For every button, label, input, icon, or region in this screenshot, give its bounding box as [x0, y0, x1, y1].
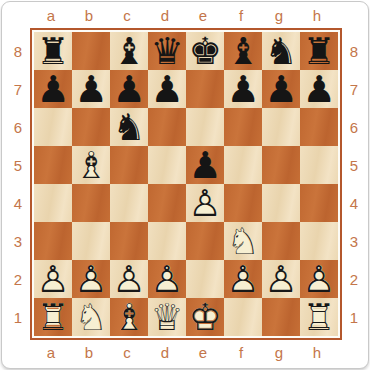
square-e7[interactable] [186, 70, 224, 108]
square-e2[interactable] [186, 260, 224, 298]
square-h1[interactable]: ♜♖ [300, 298, 338, 336]
piece-black-knight[interactable]: ♞ [262, 32, 300, 70]
square-g1[interactable] [262, 298, 300, 336]
piece-white-rook[interactable]: ♜♖ [300, 298, 338, 336]
file-label-f: f [222, 8, 260, 28]
rank-label-6: 6 [6, 108, 30, 146]
rank-label-7: 7 [6, 70, 30, 108]
piece-white-queen[interactable]: ♛♕ [148, 298, 186, 336]
piece-white-pawn[interactable]: ♟♙ [300, 260, 338, 298]
rank-label-1: 1 [342, 298, 366, 336]
file-label-a: a [32, 345, 70, 365]
rank-label-5: 5 [342, 146, 366, 184]
piece-black-king[interactable]: ♚ [186, 32, 224, 70]
piece-black-pawn[interactable]: ♟ [34, 70, 72, 108]
square-a2[interactable]: ♟♙ [34, 260, 72, 298]
square-h5[interactable] [300, 146, 338, 184]
rank-label-5: 5 [6, 146, 30, 184]
rank-label-2: 2 [6, 260, 30, 298]
square-e3[interactable] [186, 222, 224, 260]
rank-label-3: 3 [6, 222, 30, 260]
square-b5[interactable]: ♝♗ [72, 146, 110, 184]
square-g5[interactable] [262, 146, 300, 184]
square-d4[interactable] [148, 184, 186, 222]
square-d2[interactable]: ♟♙ [148, 260, 186, 298]
file-label-e: e [184, 8, 222, 28]
square-d3[interactable] [148, 222, 186, 260]
chess-board: ♜♝♛♚♝♞♜♟♟♟♟♟♟♟♞♝♗♟♟♙♞♘♟♙♟♙♟♙♟♙♟♙♟♙♟♙♜♖♞♘… [34, 32, 338, 336]
file-label-c: c [108, 8, 146, 28]
square-h7[interactable]: ♟ [300, 70, 338, 108]
square-a3[interactable] [34, 222, 72, 260]
square-d6[interactable] [148, 108, 186, 146]
rank-label-7: 7 [342, 70, 366, 108]
square-a4[interactable] [34, 184, 72, 222]
piece-black-pawn[interactable]: ♟ [186, 146, 224, 184]
piece-white-king[interactable]: ♚♔ [186, 298, 224, 336]
piece-black-rook[interactable]: ♜ [300, 32, 338, 70]
square-b8[interactable] [72, 32, 110, 70]
square-f3[interactable]: ♞♘ [224, 222, 262, 260]
square-g6[interactable] [262, 108, 300, 146]
file-label-g: g [260, 345, 298, 365]
chess-diagram: abcdefgh abcdefgh 87654321 87654321 ♜♝♛♚… [0, 0, 370, 370]
square-d7[interactable]: ♟ [148, 70, 186, 108]
square-a1[interactable]: ♜♖ [34, 298, 72, 336]
file-label-h: h [298, 345, 336, 365]
file-label-a: a [32, 8, 70, 28]
piece-white-knight[interactable]: ♞♘ [72, 298, 110, 336]
file-labels-top: abcdefgh [32, 8, 344, 28]
file-labels-bottom: abcdefgh [32, 345, 344, 365]
rank-labels-left: 87654321 [6, 32, 30, 336]
file-label-h: h [298, 8, 336, 28]
rank-labels-right: 87654321 [342, 32, 366, 336]
piece-black-pawn[interactable]: ♟ [262, 70, 300, 108]
square-h6[interactable] [300, 108, 338, 146]
square-f4[interactable] [224, 184, 262, 222]
square-b4[interactable] [72, 184, 110, 222]
square-h3[interactable] [300, 222, 338, 260]
piece-white-pawn[interactable]: ♟♙ [72, 260, 110, 298]
square-f1[interactable] [224, 298, 262, 336]
square-g4[interactable] [262, 184, 300, 222]
square-c1[interactable]: ♝♗ [110, 298, 148, 336]
piece-black-pawn[interactable]: ♟ [224, 70, 262, 108]
rank-label-2: 2 [342, 260, 366, 298]
board-frame: ♜♝♛♚♝♞♜♟♟♟♟♟♟♟♞♝♗♟♟♙♞♘♟♙♟♙♟♙♟♙♟♙♟♙♟♙♜♖♞♘… [30, 28, 342, 340]
piece-white-pawn[interactable]: ♟♙ [148, 260, 186, 298]
square-h2[interactable]: ♟♙ [300, 260, 338, 298]
square-f8[interactable]: ♝ [224, 32, 262, 70]
piece-white-pawn[interactable]: ♟♙ [224, 260, 262, 298]
square-e6[interactable] [186, 108, 224, 146]
rank-label-8: 8 [342, 32, 366, 70]
square-f6[interactable] [224, 108, 262, 146]
square-c5[interactable] [110, 146, 148, 184]
square-g8[interactable]: ♞ [262, 32, 300, 70]
file-label-b: b [70, 8, 108, 28]
square-e1[interactable]: ♚♔ [186, 298, 224, 336]
piece-black-rook[interactable]: ♜ [34, 32, 72, 70]
piece-white-pawn[interactable]: ♟♙ [110, 260, 148, 298]
square-h8[interactable]: ♜ [300, 32, 338, 70]
square-b3[interactable] [72, 222, 110, 260]
file-label-d: d [146, 8, 184, 28]
piece-black-knight[interactable]: ♞ [110, 108, 148, 146]
file-label-g: g [260, 8, 298, 28]
square-c7[interactable]: ♟ [110, 70, 148, 108]
square-c4[interactable] [110, 184, 148, 222]
piece-black-bishop[interactable]: ♝ [110, 32, 148, 70]
square-b7[interactable]: ♟ [72, 70, 110, 108]
rank-label-4: 4 [342, 184, 366, 222]
square-d5[interactable] [148, 146, 186, 184]
piece-white-bishop[interactable]: ♝♗ [72, 146, 110, 184]
board-card: abcdefgh abcdefgh 87654321 87654321 ♜♝♛♚… [1, 1, 369, 369]
square-c8[interactable]: ♝ [110, 32, 148, 70]
piece-white-knight[interactable]: ♞♘ [224, 222, 262, 260]
square-g3[interactable] [262, 222, 300, 260]
square-f7[interactable]: ♟ [224, 70, 262, 108]
file-label-d: d [146, 345, 184, 365]
square-c3[interactable] [110, 222, 148, 260]
square-g2[interactable]: ♟♙ [262, 260, 300, 298]
square-e8[interactable]: ♚ [186, 32, 224, 70]
piece-white-pawn[interactable]: ♟♙ [34, 260, 72, 298]
square-d8[interactable]: ♛ [148, 32, 186, 70]
square-c6[interactable]: ♞ [110, 108, 148, 146]
piece-white-rook[interactable]: ♜♖ [34, 298, 72, 336]
piece-black-bishop[interactable]: ♝ [224, 32, 262, 70]
piece-black-pawn[interactable]: ♟ [148, 70, 186, 108]
file-label-f: f [222, 345, 260, 365]
square-f5[interactable] [224, 146, 262, 184]
square-g7[interactable]: ♟ [262, 70, 300, 108]
square-e5[interactable]: ♟ [186, 146, 224, 184]
piece-black-pawn[interactable]: ♟ [110, 70, 148, 108]
piece-white-bishop[interactable]: ♝♗ [110, 298, 148, 336]
square-f2[interactable]: ♟♙ [224, 260, 262, 298]
square-c2[interactable]: ♟♙ [110, 260, 148, 298]
piece-black-pawn[interactable]: ♟ [72, 70, 110, 108]
piece-black-pawn[interactable]: ♟ [300, 70, 338, 108]
rank-label-8: 8 [6, 32, 30, 70]
file-label-b: b [70, 345, 108, 365]
square-e4[interactable]: ♟♙ [186, 184, 224, 222]
square-d1[interactable]: ♛♕ [148, 298, 186, 336]
square-b1[interactable]: ♞♘ [72, 298, 110, 336]
rank-label-3: 3 [342, 222, 366, 260]
square-a7[interactable]: ♟ [34, 70, 72, 108]
square-h4[interactable] [300, 184, 338, 222]
file-label-e: e [184, 345, 222, 365]
piece-black-queen[interactable]: ♛ [148, 32, 186, 70]
piece-white-pawn[interactable]: ♟♙ [186, 184, 224, 222]
square-a5[interactable] [34, 146, 72, 184]
piece-white-pawn[interactable]: ♟♙ [262, 260, 300, 298]
file-label-c: c [108, 345, 146, 365]
square-b2[interactable]: ♟♙ [72, 260, 110, 298]
square-a6[interactable] [34, 108, 72, 146]
square-b6[interactable] [72, 108, 110, 146]
rank-label-4: 4 [6, 184, 30, 222]
rank-label-1: 1 [6, 298, 30, 336]
rank-label-6: 6 [342, 108, 366, 146]
square-a8[interactable]: ♜ [34, 32, 72, 70]
